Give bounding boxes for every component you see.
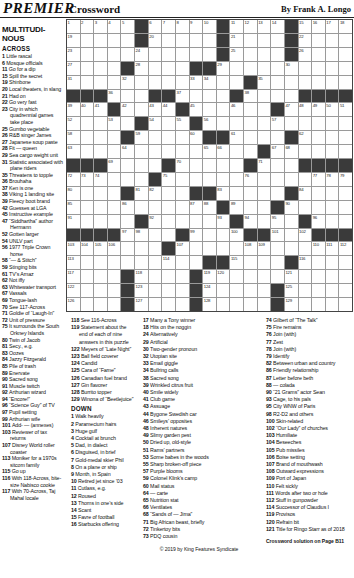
grid-cell[interactable]: 4 <box>108 20 121 33</box>
grid-cell[interactable] <box>312 270 325 283</box>
grid-cell[interactable] <box>339 76 352 89</box>
grid-cell[interactable] <box>230 117 243 130</box>
grid-cell[interactable]: 74 <box>94 173 107 186</box>
grid-cell[interactable]: 92 <box>149 215 162 228</box>
grid-cell[interactable] <box>271 76 284 89</box>
grid-cell[interactable] <box>176 62 189 75</box>
grid-cell[interactable] <box>149 298 162 311</box>
grid-cell[interactable] <box>339 117 352 130</box>
grid-cell[interactable] <box>203 90 216 103</box>
grid-cell[interactable] <box>176 173 189 186</box>
grid-cell[interactable]: 115 <box>230 256 243 269</box>
grid-cell[interactable] <box>176 284 189 297</box>
grid-cell[interactable] <box>190 159 203 172</box>
grid-cell[interactable] <box>94 48 107 61</box>
grid-cell[interactable]: 64 <box>121 145 134 158</box>
grid-cell[interactable] <box>94 201 107 214</box>
grid-cell[interactable] <box>190 145 203 158</box>
grid-cell[interactable]: 96 <box>312 215 325 228</box>
grid-cell[interactable] <box>162 117 175 130</box>
grid-cell[interactable]: 81 <box>135 187 148 200</box>
grid-cell[interactable] <box>190 256 203 269</box>
grid-cell[interactable] <box>81 145 94 158</box>
grid-cell[interactable] <box>285 173 298 186</box>
grid-cell[interactable]: 122 <box>67 284 80 297</box>
grid-cell[interactable]: 75 <box>162 173 175 186</box>
grid-cell[interactable]: 1 <box>67 20 80 33</box>
grid-cell[interactable] <box>176 76 189 89</box>
grid-cell[interactable] <box>244 187 257 200</box>
grid-cell[interactable] <box>135 201 148 214</box>
grid-cell[interactable] <box>149 256 162 269</box>
grid-cell[interactable]: 127 <box>135 298 148 311</box>
grid-cell[interactable]: 78 <box>326 173 339 186</box>
grid-cell[interactable]: 26 <box>299 48 312 61</box>
grid-cell[interactable]: 120 <box>217 270 230 283</box>
grid-cell[interactable] <box>81 62 94 75</box>
grid-cell[interactable]: 9 <box>190 20 203 33</box>
grid-cell[interactable] <box>162 34 175 47</box>
grid-cell[interactable]: 59 <box>135 131 148 144</box>
grid-cell[interactable]: 91 <box>67 215 80 228</box>
grid-cell[interactable]: 41 <box>94 103 107 116</box>
grid-cell[interactable] <box>94 34 107 47</box>
grid-cell[interactable] <box>258 131 271 144</box>
grid-cell[interactable] <box>108 270 121 283</box>
grid-cell[interactable]: 89 <box>230 201 243 214</box>
grid-cell[interactable] <box>326 34 339 47</box>
grid-cell[interactable] <box>258 298 271 311</box>
grid-cell[interactable]: 12 <box>244 20 257 33</box>
grid-cell[interactable]: 129 <box>285 298 298 311</box>
grid-cell[interactable]: 97 <box>121 229 134 242</box>
grid-cell[interactable] <box>176 145 189 158</box>
grid-cell[interactable]: 15 <box>299 20 312 33</box>
grid-cell[interactable]: 111 <box>326 242 339 255</box>
grid-cell[interactable] <box>203 103 216 116</box>
grid-cell[interactable]: 45 <box>190 103 203 116</box>
grid-cell[interactable] <box>339 298 352 311</box>
grid-cell[interactable] <box>108 284 121 297</box>
grid-cell[interactable] <box>149 270 162 283</box>
grid-cell[interactable] <box>135 159 148 172</box>
grid-cell[interactable]: 76 <box>244 173 257 186</box>
grid-cell[interactable] <box>162 270 175 283</box>
grid-cell[interactable] <box>190 90 203 103</box>
grid-cell[interactable]: 47 <box>285 103 298 116</box>
grid-cell[interactable]: 27 <box>67 62 80 75</box>
grid-cell[interactable] <box>339 187 352 200</box>
grid-cell[interactable]: 8 <box>176 20 189 33</box>
grid-cell[interactable] <box>326 48 339 61</box>
grid-cell[interactable]: 73 <box>81 173 94 186</box>
grid-cell[interactable] <box>312 298 325 311</box>
grid-cell[interactable] <box>162 48 175 61</box>
grid-cell[interactable] <box>121 34 134 47</box>
grid-cell[interactable]: 61 <box>230 131 243 144</box>
grid-cell[interactable] <box>81 76 94 89</box>
grid-cell[interactable] <box>230 145 243 158</box>
grid-cell[interactable] <box>94 131 107 144</box>
grid-cell[interactable] <box>108 173 121 186</box>
grid-cell[interactable] <box>244 34 257 47</box>
grid-cell[interactable] <box>258 48 271 61</box>
grid-cell[interactable]: 126 <box>67 298 80 311</box>
grid-cell[interactable] <box>121 159 134 172</box>
grid-cell[interactable]: 32 <box>121 76 134 89</box>
grid-cell[interactable] <box>230 242 243 255</box>
grid-cell[interactable] <box>190 48 203 61</box>
grid-cell[interactable] <box>81 131 94 144</box>
grid-cell[interactable] <box>299 145 312 158</box>
grid-cell[interactable]: 17 <box>326 20 339 33</box>
grid-cell[interactable]: 36 <box>108 90 121 103</box>
grid-cell[interactable]: 48 <box>299 103 312 116</box>
grid-cell[interactable] <box>162 131 175 144</box>
grid-cell[interactable] <box>176 298 189 311</box>
grid-cell[interactable] <box>149 159 162 172</box>
grid-cell[interactable] <box>326 270 339 283</box>
grid-cell[interactable] <box>244 145 257 158</box>
grid-cell[interactable] <box>203 229 216 242</box>
grid-cell[interactable] <box>203 159 216 172</box>
grid-cell[interactable]: 123 <box>135 284 148 297</box>
grid-cell[interactable] <box>121 173 134 186</box>
grid-cell[interactable] <box>108 76 121 89</box>
grid-cell[interactable] <box>244 256 257 269</box>
grid-cell[interactable] <box>135 256 148 269</box>
grid-cell[interactable] <box>285 90 298 103</box>
grid-cell[interactable]: 82 <box>149 187 162 200</box>
grid-cell[interactable] <box>258 117 271 130</box>
grid-cell[interactable] <box>149 62 162 75</box>
grid-cell[interactable] <box>94 187 107 200</box>
grid-cell[interactable] <box>108 48 121 61</box>
crossword-grid[interactable]: 1234567891011121314151617181920212223242… <box>66 19 353 312</box>
grid-cell[interactable]: 56 <box>203 117 216 130</box>
grid-cell[interactable] <box>108 298 121 311</box>
grid-cell[interactable]: 22 <box>299 34 312 47</box>
grid-cell[interactable] <box>190 173 203 186</box>
grid-cell[interactable] <box>244 201 257 214</box>
grid-cell[interactable] <box>217 76 230 89</box>
grid-cell[interactable]: 90 <box>285 201 298 214</box>
grid-cell[interactable] <box>176 270 189 283</box>
grid-cell[interactable]: 70 <box>176 159 189 172</box>
grid-cell[interactable] <box>190 215 203 228</box>
grid-cell[interactable]: 28 <box>135 62 148 75</box>
grid-cell[interactable]: 72 <box>67 173 80 186</box>
grid-cell[interactable]: 103 <box>67 242 80 255</box>
grid-cell[interactable] <box>312 62 325 75</box>
grid-cell[interactable]: 66 <box>217 145 230 158</box>
grid-cell[interactable] <box>326 215 339 228</box>
grid-cell[interactable]: 18 <box>339 20 352 33</box>
grid-cell[interactable] <box>108 131 121 144</box>
grid-cell[interactable]: 99 <box>190 229 203 242</box>
grid-cell[interactable] <box>121 48 134 61</box>
grid-cell[interactable] <box>121 215 134 228</box>
grid-cell[interactable] <box>244 270 257 283</box>
grid-cell[interactable] <box>217 298 230 311</box>
grid-cell[interactable] <box>230 173 243 186</box>
grid-cell[interactable] <box>94 117 107 130</box>
grid-cell[interactable] <box>271 159 284 172</box>
grid-cell[interactable] <box>176 131 189 144</box>
grid-cell[interactable] <box>94 215 107 228</box>
grid-cell[interactable]: 20 <box>149 34 162 47</box>
grid-cell[interactable] <box>135 90 148 103</box>
grid-cell[interactable] <box>258 62 271 75</box>
grid-cell[interactable]: 117 <box>67 270 80 283</box>
grid-cell[interactable] <box>326 284 339 297</box>
grid-cell[interactable] <box>312 34 325 47</box>
grid-cell[interactable] <box>258 284 271 297</box>
grid-cell[interactable] <box>176 256 189 269</box>
grid-cell[interactable]: 46 <box>230 103 243 116</box>
grid-cell[interactable] <box>81 117 94 130</box>
grid-cell[interactable]: 107 <box>176 242 189 255</box>
grid-cell[interactable] <box>162 145 175 158</box>
grid-cell[interactable] <box>326 62 339 75</box>
grid-cell[interactable] <box>230 187 243 200</box>
grid-cell[interactable] <box>326 256 339 269</box>
grid-cell[interactable] <box>339 256 352 269</box>
grid-cell[interactable]: 113 <box>67 256 80 269</box>
grid-cell[interactable]: 55 <box>176 117 189 130</box>
grid-cell[interactable]: 86 <box>121 201 134 214</box>
grid-cell[interactable] <box>149 284 162 297</box>
grid-cell[interactable] <box>299 242 312 255</box>
grid-cell[interactable] <box>217 242 230 255</box>
grid-cell[interactable] <box>149 48 162 61</box>
grid-cell[interactable] <box>258 201 271 214</box>
grid-cell[interactable]: 118 <box>135 270 148 283</box>
grid-cell[interactable] <box>339 131 352 144</box>
grid-cell[interactable] <box>94 284 107 297</box>
grid-cell[interactable] <box>285 117 298 130</box>
grid-cell[interactable] <box>176 34 189 47</box>
grid-cell[interactable] <box>339 48 352 61</box>
grid-cell[interactable]: 54 <box>149 117 162 130</box>
grid-cell[interactable]: 67 <box>271 145 284 158</box>
grid-cell[interactable]: 3 <box>94 20 107 33</box>
grid-cell[interactable]: 53 <box>108 117 121 130</box>
grid-cell[interactable] <box>271 34 284 47</box>
grid-cell[interactable] <box>299 173 312 186</box>
grid-cell[interactable]: 10 <box>203 20 216 33</box>
grid-cell[interactable]: 84 <box>299 187 312 200</box>
grid-cell[interactable] <box>326 76 339 89</box>
grid-cell[interactable]: 19 <box>67 34 80 47</box>
grid-cell[interactable]: 125 <box>285 284 298 297</box>
grid-cell[interactable] <box>258 187 271 200</box>
grid-cell[interactable] <box>244 103 257 116</box>
grid-cell[interactable] <box>121 117 134 130</box>
grid-cell[interactable]: 7 <box>162 20 175 33</box>
grid-cell[interactable]: 60 <box>190 131 203 144</box>
grid-cell[interactable]: 104 <box>81 242 94 255</box>
grid-cell[interactable] <box>149 76 162 89</box>
grid-cell[interactable] <box>244 48 257 61</box>
grid-cell[interactable] <box>203 242 216 255</box>
grid-cell[interactable] <box>176 48 189 61</box>
grid-cell[interactable]: 77 <box>312 173 325 186</box>
grid-cell[interactable]: 71 <box>258 159 271 172</box>
grid-cell[interactable] <box>135 242 148 255</box>
grid-cell[interactable] <box>312 76 325 89</box>
grid-cell[interactable] <box>299 62 312 75</box>
grid-cell[interactable] <box>81 48 94 61</box>
grid-cell[interactable] <box>230 284 243 297</box>
grid-cell[interactable] <box>258 215 271 228</box>
grid-cell[interactable] <box>203 34 216 47</box>
grid-cell[interactable] <box>217 117 230 130</box>
grid-cell[interactable]: 25 <box>230 48 243 61</box>
grid-cell[interactable] <box>312 117 325 130</box>
grid-cell[interactable] <box>230 159 243 172</box>
grid-cell[interactable] <box>339 62 352 75</box>
grid-cell[interactable]: 31 <box>67 76 80 89</box>
grid-cell[interactable] <box>312 284 325 297</box>
grid-cell[interactable] <box>149 131 162 144</box>
grid-cell[interactable] <box>81 34 94 47</box>
grid-cell[interactable] <box>108 187 121 200</box>
grid-cell[interactable]: 2 <box>81 20 94 33</box>
grid-cell[interactable]: 94 <box>244 215 257 228</box>
grid-cell[interactable]: 11 <box>230 20 243 33</box>
grid-cell[interactable] <box>94 270 107 283</box>
grid-cell[interactable] <box>312 48 325 61</box>
grid-cell[interactable] <box>271 48 284 61</box>
grid-cell[interactable] <box>271 256 284 269</box>
grid-cell[interactable]: 14 <box>271 20 284 33</box>
grid-cell[interactable] <box>121 90 134 103</box>
grid-cell[interactable] <box>312 256 325 269</box>
grid-cell[interactable]: 121 <box>285 270 298 283</box>
grid-cell[interactable]: 119 <box>203 270 216 283</box>
grid-cell[interactable] <box>312 145 325 158</box>
grid-cell[interactable] <box>94 298 107 311</box>
grid-cell[interactable] <box>299 76 312 89</box>
grid-cell[interactable] <box>271 90 284 103</box>
grid-cell[interactable] <box>258 34 271 47</box>
grid-cell[interactable]: 79 <box>339 173 352 186</box>
grid-cell[interactable]: 112 <box>339 242 352 255</box>
grid-cell[interactable] <box>258 103 271 116</box>
grid-cell[interactable] <box>339 34 352 47</box>
grid-cell[interactable] <box>94 62 107 75</box>
grid-cell[interactable] <box>162 187 175 200</box>
grid-cell[interactable]: 80 <box>67 187 80 200</box>
grid-cell[interactable] <box>81 284 94 297</box>
grid-cell[interactable] <box>312 131 325 144</box>
grid-cell[interactable] <box>217 173 230 186</box>
grid-cell[interactable] <box>326 145 339 158</box>
grid-cell[interactable]: 108 <box>244 242 257 255</box>
grid-cell[interactable]: 40 <box>81 103 94 116</box>
grid-cell[interactable] <box>299 298 312 311</box>
grid-cell[interactable] <box>299 201 312 214</box>
grid-cell[interactable]: 42 <box>121 103 134 116</box>
grid-cell[interactable]: 83 <box>217 187 230 200</box>
grid-cell[interactable]: 62 <box>299 131 312 144</box>
grid-cell[interactable] <box>339 145 352 158</box>
grid-cell[interactable] <box>190 34 203 47</box>
grid-cell[interactable] <box>285 76 298 89</box>
grid-cell[interactable] <box>312 187 325 200</box>
grid-cell[interactable] <box>271 173 284 186</box>
grid-cell[interactable]: 44 <box>162 103 175 116</box>
grid-cell[interactable]: 49 <box>312 103 325 116</box>
grid-cell[interactable]: 106 <box>108 242 121 255</box>
grid-cell[interactable] <box>94 256 107 269</box>
grid-cell[interactable] <box>81 187 94 200</box>
grid-cell[interactable] <box>271 187 284 200</box>
grid-cell[interactable] <box>81 256 94 269</box>
grid-cell[interactable] <box>230 62 243 75</box>
grid-cell[interactable] <box>108 201 121 214</box>
grid-cell[interactable]: 114 <box>162 256 175 269</box>
grid-cell[interactable] <box>81 215 94 228</box>
grid-cell[interactable] <box>162 62 175 75</box>
grid-cell[interactable] <box>271 270 284 283</box>
grid-cell[interactable]: 5 <box>121 20 134 33</box>
grid-cell[interactable] <box>285 242 298 255</box>
grid-cell[interactable] <box>271 242 284 255</box>
grid-cell[interactable] <box>108 145 121 158</box>
grid-cell[interactable] <box>299 284 312 297</box>
grid-cell[interactable] <box>285 159 298 172</box>
grid-cell[interactable]: 58 <box>67 131 80 144</box>
grid-cell[interactable] <box>285 215 298 228</box>
grid-cell[interactable] <box>244 62 257 75</box>
grid-cell[interactable] <box>162 284 175 297</box>
grid-cell[interactable] <box>326 117 339 130</box>
grid-cell[interactable] <box>244 117 257 130</box>
grid-cell[interactable] <box>149 145 162 158</box>
grid-cell[interactable] <box>299 270 312 283</box>
grid-cell[interactable] <box>285 229 298 242</box>
grid-cell[interactable]: 101 <box>271 229 284 242</box>
grid-cell[interactable]: 23 <box>67 48 80 61</box>
grid-cell[interactable] <box>162 229 175 242</box>
grid-cell[interactable] <box>271 62 284 75</box>
grid-cell[interactable]: 50 <box>326 103 339 116</box>
grid-cell[interactable]: 128 <box>203 298 216 311</box>
grid-cell[interactable] <box>162 201 175 214</box>
grid-cell[interactable]: 33 <box>190 76 203 89</box>
grid-cell[interactable]: 109 <box>258 242 271 255</box>
grid-cell[interactable] <box>135 103 148 116</box>
grid-cell[interactable]: 98 <box>135 229 148 242</box>
grid-cell[interactable] <box>94 145 107 158</box>
grid-cell[interactable]: 30 <box>285 62 298 75</box>
grid-cell[interactable] <box>203 48 216 61</box>
grid-cell[interactable] <box>230 270 243 283</box>
grid-cell[interactable]: 16 <box>312 20 325 33</box>
grid-cell[interactable]: 43 <box>149 103 162 116</box>
grid-cell[interactable]: 110 <box>312 242 325 255</box>
grid-cell[interactable] <box>162 215 175 228</box>
grid-cell[interactable]: 68 <box>285 145 298 158</box>
grid-cell[interactable]: 85 <box>67 201 80 214</box>
grid-cell[interactable]: 35 <box>258 76 271 89</box>
grid-cell[interactable] <box>258 173 271 186</box>
grid-cell[interactable]: 24 <box>135 48 148 61</box>
grid-cell[interactable] <box>326 201 339 214</box>
grid-cell[interactable] <box>326 298 339 311</box>
